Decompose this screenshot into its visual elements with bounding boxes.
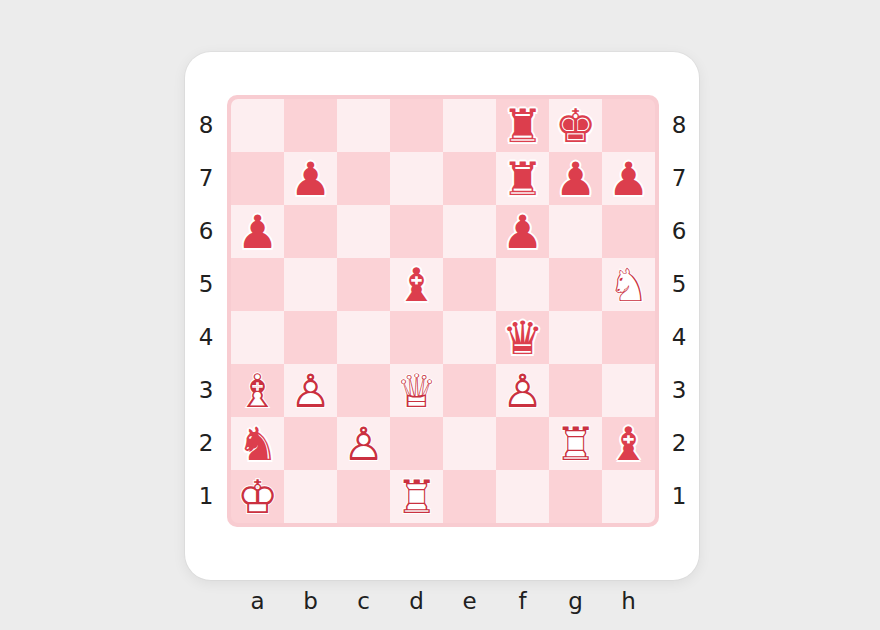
square-a3[interactable]: ♝♗ xyxy=(231,364,284,417)
piece-glyph: ♟ xyxy=(602,152,655,205)
rank-label-4: 4 xyxy=(664,311,694,364)
file-labels-bottom: abcdefgh xyxy=(231,586,655,616)
square-f2[interactable] xyxy=(496,417,549,470)
square-e3[interactable] xyxy=(443,364,496,417)
square-h8[interactable] xyxy=(602,99,655,152)
rank-label-5: 5 xyxy=(191,258,221,311)
piece-white-rook[interactable]: ♜♖ xyxy=(390,470,443,523)
rank-label-6: 6 xyxy=(191,205,221,258)
piece-glyph: ♝ xyxy=(602,417,655,470)
piece-white-knight[interactable]: ♞♘ xyxy=(602,258,655,311)
square-a1[interactable]: ♚♔ xyxy=(231,470,284,523)
file-label-g: g xyxy=(549,586,602,616)
rank-label-6: 6 xyxy=(664,205,694,258)
square-f3[interactable]: ♟♙ xyxy=(496,364,549,417)
square-a7[interactable] xyxy=(231,152,284,205)
square-b7[interactable]: ♟ xyxy=(284,152,337,205)
square-g8[interactable]: ♚ xyxy=(549,99,602,152)
piece-black-rook[interactable]: ♜ xyxy=(496,152,549,205)
piece-outline: ♔ xyxy=(231,470,284,523)
square-h6[interactable] xyxy=(602,205,655,258)
file-label-d: d xyxy=(390,586,443,616)
square-g3[interactable] xyxy=(549,364,602,417)
piece-glyph: ♟ xyxy=(549,152,602,205)
square-h2[interactable]: ♝ xyxy=(602,417,655,470)
rank-labels-left: 87654321 xyxy=(191,99,221,523)
piece-white-pawn[interactable]: ♟♙ xyxy=(337,417,390,470)
square-a5[interactable] xyxy=(231,258,284,311)
file-label-h: h xyxy=(602,586,655,616)
square-b3[interactable]: ♟♙ xyxy=(284,364,337,417)
file-label-a: a xyxy=(231,586,284,616)
piece-black-pawn[interactable]: ♟ xyxy=(602,152,655,205)
square-d1[interactable]: ♜♖ xyxy=(390,470,443,523)
file-label-e: e xyxy=(443,586,496,616)
square-g6[interactable] xyxy=(549,205,602,258)
rank-label-8: 8 xyxy=(191,99,221,152)
piece-white-queen[interactable]: ♛♕ xyxy=(390,364,443,417)
square-c7[interactable] xyxy=(337,152,390,205)
rank-label-8: 8 xyxy=(664,99,694,152)
piece-black-king[interactable]: ♚ xyxy=(549,99,602,152)
piece-glyph: ♜ xyxy=(496,99,549,152)
piece-outline: ♖ xyxy=(390,470,443,523)
square-f7[interactable]: ♜ xyxy=(496,152,549,205)
piece-black-pawn[interactable]: ♟ xyxy=(549,152,602,205)
square-e4[interactable] xyxy=(443,311,496,364)
page-background: { "game": "chess", "board_theme": "red-p… xyxy=(0,0,880,630)
square-e6[interactable] xyxy=(443,205,496,258)
piece-outline: ♙ xyxy=(496,364,549,417)
piece-black-bishop[interactable]: ♝ xyxy=(602,417,655,470)
piece-white-king[interactable]: ♚♔ xyxy=(231,470,284,523)
square-c2[interactable]: ♟♙ xyxy=(337,417,390,470)
rank-label-1: 1 xyxy=(191,470,221,523)
square-b4[interactable] xyxy=(284,311,337,364)
square-a8[interactable] xyxy=(231,99,284,152)
square-f4[interactable]: ♛ xyxy=(496,311,549,364)
rank-label-4: 4 xyxy=(191,311,221,364)
square-b6[interactable] xyxy=(284,205,337,258)
square-c3[interactable] xyxy=(337,364,390,417)
piece-outline: ♘ xyxy=(602,258,655,311)
square-c1[interactable] xyxy=(337,470,390,523)
square-e8[interactable] xyxy=(443,99,496,152)
piece-glyph: ♚ xyxy=(549,99,602,152)
rank-label-2: 2 xyxy=(191,417,221,470)
piece-outline: ♖ xyxy=(549,417,602,470)
square-e7[interactable] xyxy=(443,152,496,205)
square-d7[interactable] xyxy=(390,152,443,205)
square-b5[interactable] xyxy=(284,258,337,311)
rank-label-5: 5 xyxy=(664,258,694,311)
rank-label-7: 7 xyxy=(191,152,221,205)
square-h1[interactable] xyxy=(602,470,655,523)
square-h3[interactable] xyxy=(602,364,655,417)
rank-label-3: 3 xyxy=(664,364,694,417)
square-b8[interactable] xyxy=(284,99,337,152)
file-label-f: f xyxy=(496,586,549,616)
piece-glyph: ♟ xyxy=(284,152,337,205)
square-e1[interactable] xyxy=(443,470,496,523)
square-d4[interactable] xyxy=(390,311,443,364)
square-g1[interactable] xyxy=(549,470,602,523)
square-c8[interactable] xyxy=(337,99,390,152)
square-b2[interactable] xyxy=(284,417,337,470)
square-c6[interactable] xyxy=(337,205,390,258)
square-d3[interactable]: ♛♕ xyxy=(390,364,443,417)
board-card: abcdefgh 87654321 87654321 ♜♚♟♜♟♟♟♟♝♞♘♛♝… xyxy=(185,52,699,580)
piece-black-pawn[interactable]: ♟ xyxy=(231,205,284,258)
square-e5[interactable] xyxy=(443,258,496,311)
piece-black-bishop[interactable]: ♝ xyxy=(390,258,443,311)
piece-outline: ♙ xyxy=(337,417,390,470)
piece-white-pawn[interactable]: ♟♙ xyxy=(496,364,549,417)
square-g4[interactable] xyxy=(549,311,602,364)
square-f6[interactable]: ♟ xyxy=(496,205,549,258)
square-a2[interactable]: ♞ xyxy=(231,417,284,470)
square-f5[interactable] xyxy=(496,258,549,311)
piece-white-bishop[interactable]: ♝♗ xyxy=(231,364,284,417)
square-d5[interactable]: ♝ xyxy=(390,258,443,311)
square-g7[interactable]: ♟ xyxy=(549,152,602,205)
file-label-b: b xyxy=(284,586,337,616)
rank-label-1: 1 xyxy=(664,470,694,523)
square-f1[interactable] xyxy=(496,470,549,523)
piece-glyph: ♟ xyxy=(231,205,284,258)
square-a6[interactable]: ♟ xyxy=(231,205,284,258)
square-f8[interactable]: ♜ xyxy=(496,99,549,152)
piece-glyph: ♜ xyxy=(496,152,549,205)
square-d8[interactable] xyxy=(390,99,443,152)
file-label-c: c xyxy=(337,586,390,616)
piece-glyph: ♞ xyxy=(231,417,284,470)
piece-black-pawn[interactable]: ♟ xyxy=(284,152,337,205)
piece-outline: ♙ xyxy=(284,364,337,417)
square-g5[interactable] xyxy=(549,258,602,311)
square-h5[interactable]: ♞♘ xyxy=(602,258,655,311)
piece-black-rook[interactable]: ♜ xyxy=(496,99,549,152)
piece-white-rook[interactable]: ♜♖ xyxy=(549,417,602,470)
chess-board: ♜♚♟♜♟♟♟♟♝♞♘♛♝♗♟♙♛♕♟♙♞♟♙♜♖♝♚♔♜♖ xyxy=(227,95,659,527)
board-grid: ♜♚♟♜♟♟♟♟♝♞♘♛♝♗♟♙♛♕♟♙♞♟♙♜♖♝♚♔♜♖ xyxy=(231,99,655,523)
piece-glyph: ♛ xyxy=(496,311,549,364)
square-d6[interactable] xyxy=(390,205,443,258)
rank-label-3: 3 xyxy=(191,364,221,417)
piece-black-pawn[interactable]: ♟ xyxy=(496,205,549,258)
piece-white-pawn[interactable]: ♟♙ xyxy=(284,364,337,417)
rank-label-7: 7 xyxy=(664,152,694,205)
square-b1[interactable] xyxy=(284,470,337,523)
rank-labels-right: 87654321 xyxy=(664,99,694,523)
square-c4[interactable] xyxy=(337,311,390,364)
square-h4[interactable] xyxy=(602,311,655,364)
square-a4[interactable] xyxy=(231,311,284,364)
rank-label-2: 2 xyxy=(664,417,694,470)
square-h7[interactable]: ♟ xyxy=(602,152,655,205)
piece-glyph: ♝ xyxy=(390,258,443,311)
square-e2[interactable] xyxy=(443,417,496,470)
piece-glyph: ♟ xyxy=(496,205,549,258)
piece-outline: ♕ xyxy=(390,364,443,417)
piece-black-queen[interactable]: ♛ xyxy=(496,311,549,364)
square-g2[interactable]: ♜♖ xyxy=(549,417,602,470)
square-c5[interactable] xyxy=(337,258,390,311)
square-d2[interactable] xyxy=(390,417,443,470)
piece-black-knight[interactable]: ♞ xyxy=(231,417,284,470)
piece-outline: ♗ xyxy=(231,364,284,417)
